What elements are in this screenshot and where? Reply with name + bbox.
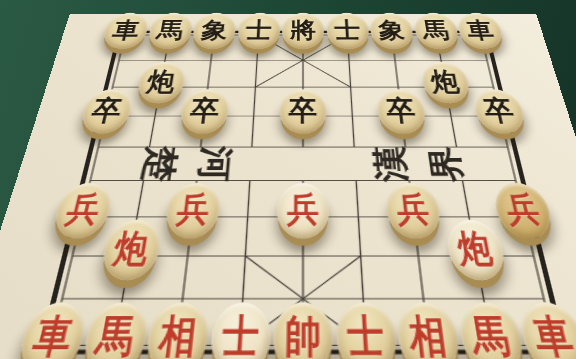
piece-character: 象: [199, 13, 229, 49]
piece-character: 兵: [173, 183, 212, 239]
black-soldier[interactable]: 卒: [279, 89, 327, 133]
piece-character: 車: [463, 13, 497, 49]
xiangqi-board: 楚河漢界車馬象士將士象馬車炮炮卒卒卒卒卒兵兵兵兵兵炮炮車馬相士帥士相馬車: [51, 35, 555, 345]
river-label-left-char-0: 楚: [135, 142, 184, 185]
piece-character: 馬: [154, 13, 186, 49]
piece-character: 炮: [108, 219, 152, 280]
piece-character: 卒: [288, 89, 317, 133]
piece-character: 車: [108, 13, 142, 49]
river-label-right-char-0: 漢: [368, 142, 415, 185]
piece-character: 象: [377, 13, 407, 49]
piece-character: 士: [334, 13, 362, 49]
piece-character: 兵: [286, 183, 319, 239]
piece-character: 士: [244, 13, 272, 49]
piece-character: 炮: [453, 219, 497, 280]
river-label-right-char-1: 界: [422, 142, 471, 185]
table-felt: 楚河漢界車馬象士將士象馬車炮炮卒卒卒卒卒兵兵兵兵兵炮炮車馬相士帥士相馬車: [0, 0, 576, 359]
piece-character: 炮: [143, 62, 178, 103]
river-label-left-char-1: 河: [191, 142, 238, 185]
piece-character: 士: [346, 302, 387, 359]
piece-character: 將: [290, 13, 316, 49]
piece-character: 士: [219, 302, 260, 359]
piece-character: 兵: [394, 183, 433, 239]
piece-character: 相: [406, 302, 451, 359]
piece-character: 相: [155, 302, 200, 359]
piece-character: 卒: [385, 89, 419, 133]
piece-character: 卒: [188, 89, 222, 133]
piece-character: 馬: [420, 13, 452, 49]
piece-character: 炮: [428, 62, 463, 103]
piece-character: 帥: [284, 302, 322, 359]
